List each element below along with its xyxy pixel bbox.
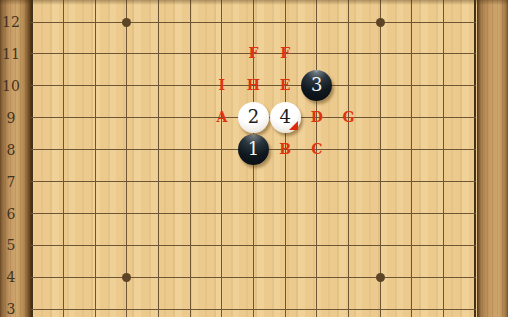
stone-white-4: 4 [270,102,301,133]
grid-line-vertical [158,0,159,317]
row-label-5: 5 [0,237,22,253]
grid-line-horizontal [31,309,476,310]
row-label-12: 12 [0,14,22,30]
grid-line-horizontal [31,181,476,182]
row-label-10: 10 [0,78,22,94]
grid-line-vertical [190,0,191,317]
grid-line-vertical [31,0,33,317]
stone-move-number: 2 [248,108,259,126]
stone-white-2: 2 [238,102,269,133]
board-left-rail: 1211109876543 [0,0,31,317]
grid-line-vertical [95,0,96,317]
grid-line-vertical [316,0,317,317]
variation-label-C[interactable]: C [311,142,322,156]
variation-label-E[interactable]: E [280,78,291,92]
grid-line-vertical [411,0,412,317]
grid-line-vertical [348,0,349,317]
stone-black-1: 1 [238,134,269,165]
last-move-marker [289,121,298,130]
stone-move-number: 1 [248,140,259,158]
star-point [122,18,131,27]
variation-label-B[interactable]: B [279,142,291,156]
grid-line-vertical [126,0,127,317]
stone-black-3: 3 [301,70,332,101]
row-label-3: 3 [0,301,22,317]
board-right-rail [477,0,508,317]
go-app-screenshot: FFIHEADGBC 1234 1211109876543 [0,0,508,317]
variation-label-D[interactable]: D [311,110,323,124]
variation-label-F[interactable]: F [248,46,258,60]
row-label-4: 4 [0,269,22,285]
go-board[interactable]: FFIHEADGBC 1234 [0,0,508,317]
grid-line-vertical [221,0,222,317]
row-label-6: 6 [0,206,22,222]
row-label-11: 11 [0,46,22,62]
variation-label-F[interactable]: F [280,46,290,60]
row-label-7: 7 [0,174,22,190]
variation-label-G[interactable]: G [342,110,354,124]
grid-line-horizontal [31,277,476,278]
grid-line-vertical [63,0,64,317]
variation-label-H[interactable]: H [247,78,260,92]
grid-line-horizontal [31,245,476,246]
grid-line-horizontal [31,22,476,23]
grid-line-horizontal [31,213,476,214]
grid-line-vertical [474,0,476,317]
grid-line-vertical [380,0,381,317]
star-point [376,273,385,282]
star-point [376,18,385,27]
variation-label-I[interactable]: I [219,78,226,92]
row-label-9: 9 [0,110,22,126]
stone-move-number: 3 [311,76,322,94]
star-point [122,273,131,282]
variation-label-A[interactable]: A [216,110,227,124]
row-label-8: 8 [0,142,22,158]
grid-line-vertical [443,0,444,317]
